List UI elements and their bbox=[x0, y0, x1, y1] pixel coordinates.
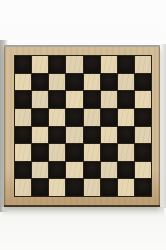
square-a5[interactable] bbox=[15, 109, 31, 126]
square-e1[interactable] bbox=[84, 179, 100, 196]
square-h6[interactable] bbox=[135, 91, 151, 108]
square-f7[interactable] bbox=[101, 74, 117, 91]
square-b4[interactable] bbox=[32, 127, 48, 144]
square-h2[interactable] bbox=[135, 162, 151, 179]
square-c2[interactable] bbox=[49, 162, 65, 179]
square-a7[interactable] bbox=[15, 74, 31, 91]
square-f8[interactable] bbox=[101, 56, 117, 73]
square-h3[interactable] bbox=[135, 144, 151, 161]
square-c1[interactable] bbox=[49, 179, 65, 196]
square-e7[interactable] bbox=[84, 74, 100, 91]
square-h8[interactable] bbox=[135, 56, 151, 73]
square-c3[interactable] bbox=[49, 144, 65, 161]
square-d4[interactable] bbox=[66, 127, 82, 144]
square-c5[interactable] bbox=[49, 109, 65, 126]
square-d2[interactable] bbox=[66, 162, 82, 179]
square-h7[interactable] bbox=[135, 74, 151, 91]
square-b7[interactable] bbox=[32, 74, 48, 91]
square-b1[interactable] bbox=[32, 179, 48, 196]
square-b3[interactable] bbox=[32, 144, 48, 161]
square-f6[interactable] bbox=[101, 91, 117, 108]
square-a4[interactable] bbox=[15, 127, 31, 144]
square-d6[interactable] bbox=[66, 91, 82, 108]
square-c7[interactable] bbox=[49, 74, 65, 91]
square-g7[interactable] bbox=[118, 74, 134, 91]
square-e2[interactable] bbox=[84, 162, 100, 179]
square-d5[interactable] bbox=[66, 109, 82, 126]
square-f2[interactable] bbox=[101, 162, 117, 179]
square-a8[interactable] bbox=[15, 56, 31, 73]
checkerboard-grid bbox=[14, 55, 152, 197]
square-e6[interactable] bbox=[84, 91, 100, 108]
square-g8[interactable] bbox=[118, 56, 134, 73]
square-b5[interactable] bbox=[32, 109, 48, 126]
board-cast-shadow bbox=[2, 207, 164, 217]
square-g4[interactable] bbox=[118, 127, 134, 144]
square-f5[interactable] bbox=[101, 109, 117, 126]
square-e8[interactable] bbox=[84, 56, 100, 73]
square-g2[interactable] bbox=[118, 162, 134, 179]
square-g5[interactable] bbox=[118, 109, 134, 126]
square-c6[interactable] bbox=[49, 91, 65, 108]
square-b2[interactable] bbox=[32, 162, 48, 179]
square-d7[interactable] bbox=[66, 74, 82, 91]
square-d1[interactable] bbox=[66, 179, 82, 196]
square-g6[interactable] bbox=[118, 91, 134, 108]
square-h1[interactable] bbox=[135, 179, 151, 196]
square-h4[interactable] bbox=[135, 127, 151, 144]
square-g1[interactable] bbox=[118, 179, 134, 196]
square-e4[interactable] bbox=[84, 127, 100, 144]
square-h5[interactable] bbox=[135, 109, 151, 126]
square-b6[interactable] bbox=[32, 91, 48, 108]
square-f4[interactable] bbox=[101, 127, 117, 144]
background-shade-right bbox=[160, 44, 166, 208]
wooden-board-frame bbox=[4, 45, 160, 205]
square-a1[interactable] bbox=[15, 179, 31, 196]
square-b8[interactable] bbox=[32, 56, 48, 73]
square-e5[interactable] bbox=[84, 109, 100, 126]
square-f1[interactable] bbox=[101, 179, 117, 196]
square-e3[interactable] bbox=[84, 144, 100, 161]
square-a6[interactable] bbox=[15, 91, 31, 108]
board-photo bbox=[0, 0, 166, 250]
square-d3[interactable] bbox=[66, 144, 82, 161]
square-c4[interactable] bbox=[49, 127, 65, 144]
square-c8[interactable] bbox=[49, 56, 65, 73]
square-a2[interactable] bbox=[15, 162, 31, 179]
square-g3[interactable] bbox=[118, 144, 134, 161]
square-f3[interactable] bbox=[101, 144, 117, 161]
square-a3[interactable] bbox=[15, 144, 31, 161]
square-d8[interactable] bbox=[66, 56, 82, 73]
